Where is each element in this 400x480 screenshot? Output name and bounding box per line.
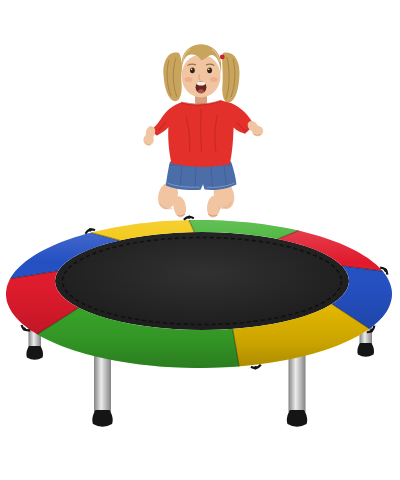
leg-front-right — [287, 352, 307, 427]
leg-foot — [357, 343, 374, 357]
tshirt — [151, 101, 254, 167]
child-figure — [143, 44, 263, 218]
product-photo — [0, 0, 400, 480]
trampoline — [6, 215, 392, 426]
strap — [184, 215, 194, 219]
eye-glint-left — [191, 69, 193, 71]
hand-left — [143, 134, 153, 145]
leg-foot — [287, 410, 307, 427]
scene-svg — [0, 0, 400, 480]
leg-tube — [94, 352, 111, 412]
leg-foot — [26, 346, 43, 360]
strap — [251, 365, 261, 370]
eye-right — [207, 67, 212, 73]
eye-left — [190, 67, 195, 73]
pigtail-right — [222, 53, 239, 103]
teeth — [197, 82, 205, 86]
leg-foot — [92, 410, 112, 427]
tongue — [198, 89, 204, 93]
cheek-left — [185, 77, 193, 82]
leg-tube — [289, 352, 306, 412]
eye-glint-right — [208, 69, 210, 71]
leg-front-left — [92, 352, 112, 427]
cheek-right — [210, 77, 218, 82]
pigtail-left — [163, 53, 181, 102]
hair-clip — [220, 55, 225, 60]
mat — [55, 232, 349, 330]
